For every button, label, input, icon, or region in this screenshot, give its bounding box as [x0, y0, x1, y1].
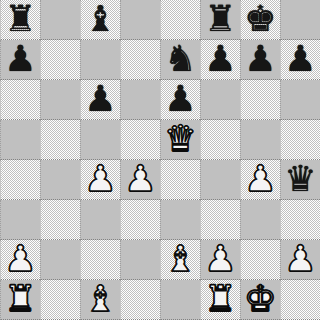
square-c5[interactable]: [80, 120, 120, 160]
square-c6[interactable]: ♟: [80, 80, 120, 120]
square-d8[interactable]: [120, 0, 160, 40]
square-b7[interactable]: [40, 40, 80, 80]
white-king-icon: ♚: [244, 280, 276, 319]
square-e3[interactable]: [160, 200, 200, 240]
square-f5[interactable]: [200, 120, 240, 160]
square-b4[interactable]: [40, 160, 80, 200]
square-g6[interactable]: [240, 80, 280, 120]
black-knight-icon: ♞: [164, 40, 196, 79]
square-h8[interactable]: [280, 0, 320, 40]
black-pawn-icon: ♟: [284, 40, 316, 79]
white-pawn-icon: ♟: [204, 240, 236, 279]
square-c4[interactable]: ♟: [80, 160, 120, 200]
square-h3[interactable]: [280, 200, 320, 240]
white-pawn-icon: ♟: [244, 160, 276, 199]
white-queen-icon: ♛: [164, 120, 196, 159]
black-pawn-icon: ♟: [4, 40, 36, 79]
square-h4[interactable]: ♛: [280, 160, 320, 200]
black-rook-icon: ♜: [4, 0, 36, 39]
square-d4[interactable]: ♟: [120, 160, 160, 200]
square-a5[interactable]: [0, 120, 40, 160]
white-pawn-icon: ♟: [84, 160, 116, 199]
square-h1[interactable]: [280, 280, 320, 320]
black-pawn-icon: ♟: [164, 80, 196, 119]
square-g3[interactable]: [240, 200, 280, 240]
black-queen-icon: ♛: [284, 160, 316, 199]
white-bishop-icon: ♝: [164, 240, 196, 279]
black-pawn-icon: ♟: [244, 40, 276, 79]
square-b2[interactable]: [40, 240, 80, 280]
square-d6[interactable]: [120, 80, 160, 120]
white-pawn-icon: ♟: [284, 240, 316, 279]
square-b6[interactable]: [40, 80, 80, 120]
square-h2[interactable]: ♟: [280, 240, 320, 280]
square-c1[interactable]: ♝: [80, 280, 120, 320]
square-d5[interactable]: [120, 120, 160, 160]
black-pawn-icon: ♟: [204, 40, 236, 79]
square-e6[interactable]: ♟: [160, 80, 200, 120]
white-rook-icon: ♜: [4, 280, 36, 319]
square-g8[interactable]: ♚: [240, 0, 280, 40]
square-f2[interactable]: ♟: [200, 240, 240, 280]
square-b5[interactable]: [40, 120, 80, 160]
square-c7[interactable]: [80, 40, 120, 80]
square-g4[interactable]: ♟: [240, 160, 280, 200]
square-h6[interactable]: [280, 80, 320, 120]
square-f7[interactable]: ♟: [200, 40, 240, 80]
square-e1[interactable]: [160, 280, 200, 320]
square-a8[interactable]: ♜: [0, 0, 40, 40]
square-f6[interactable]: [200, 80, 240, 120]
square-d1[interactable]: [120, 280, 160, 320]
black-rook-icon: ♜: [204, 0, 236, 39]
square-h5[interactable]: [280, 120, 320, 160]
black-bishop-icon: ♝: [84, 0, 116, 39]
chess-board: ♜♝♜♚♟♞♟♟♟♟♟♛♟♟♟♛♟♝♟♟♜♝♜♚: [0, 0, 320, 320]
white-pawn-icon: ♟: [124, 160, 156, 199]
black-king-icon: ♚: [244, 0, 276, 39]
square-d3[interactable]: [120, 200, 160, 240]
white-bishop-icon: ♝: [84, 280, 116, 319]
white-rook-icon: ♜: [204, 280, 236, 319]
square-e8[interactable]: [160, 0, 200, 40]
square-d7[interactable]: [120, 40, 160, 80]
square-a4[interactable]: [0, 160, 40, 200]
square-a7[interactable]: ♟: [0, 40, 40, 80]
square-a3[interactable]: [0, 200, 40, 240]
square-c8[interactable]: ♝: [80, 0, 120, 40]
square-e7[interactable]: ♞: [160, 40, 200, 80]
square-e4[interactable]: [160, 160, 200, 200]
square-g7[interactable]: ♟: [240, 40, 280, 80]
square-g2[interactable]: [240, 240, 280, 280]
square-f3[interactable]: [200, 200, 240, 240]
square-c2[interactable]: [80, 240, 120, 280]
square-a6[interactable]: [0, 80, 40, 120]
square-b3[interactable]: [40, 200, 80, 240]
square-b1[interactable]: [40, 280, 80, 320]
square-f8[interactable]: ♜: [200, 0, 240, 40]
black-pawn-icon: ♟: [84, 80, 116, 119]
square-a1[interactable]: ♜: [0, 280, 40, 320]
square-e2[interactable]: ♝: [160, 240, 200, 280]
square-g1[interactable]: ♚: [240, 280, 280, 320]
square-d2[interactable]: [120, 240, 160, 280]
square-c3[interactable]: [80, 200, 120, 240]
square-f4[interactable]: [200, 160, 240, 200]
square-h7[interactable]: ♟: [280, 40, 320, 80]
square-a2[interactable]: ♟: [0, 240, 40, 280]
square-g5[interactable]: [240, 120, 280, 160]
square-e5[interactable]: ♛: [160, 120, 200, 160]
square-f1[interactable]: ♜: [200, 280, 240, 320]
white-pawn-icon: ♟: [4, 240, 36, 279]
square-b8[interactable]: [40, 0, 80, 40]
